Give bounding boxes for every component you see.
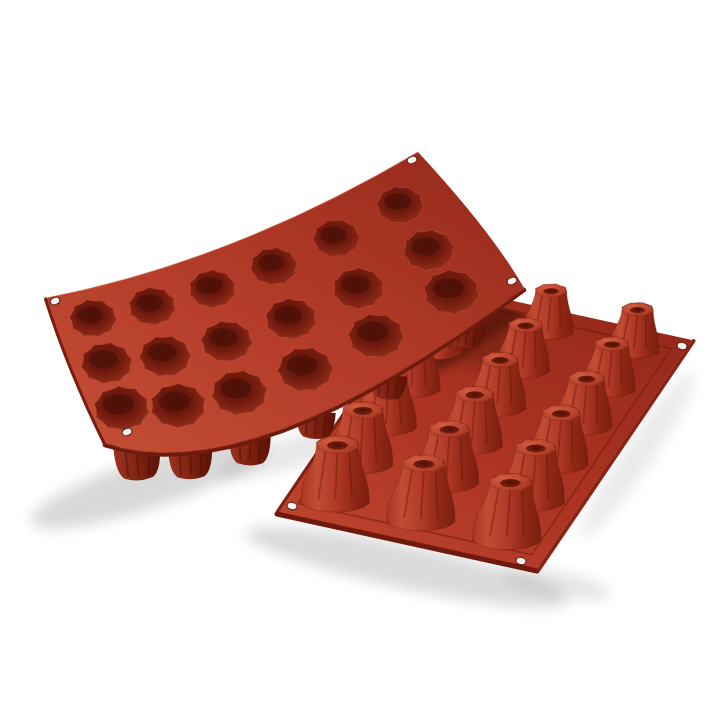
bump-flute	[535, 329, 536, 368]
bump-dimple	[491, 357, 509, 364]
cavity-depth-shade	[411, 237, 440, 256]
bump-flute	[572, 418, 573, 462]
cavity-depth-shade	[274, 306, 303, 325]
cavity-depth-shade	[89, 350, 118, 369]
bump-dimple	[500, 479, 521, 487]
bump-dimple	[604, 341, 621, 348]
cavity-depth-shade	[209, 328, 238, 347]
bump-dimple	[439, 426, 459, 434]
product-photo	[0, 0, 720, 720]
cavity-depth-shade	[357, 322, 388, 342]
bump-dimple	[465, 391, 484, 399]
bump-flute	[621, 348, 622, 386]
cavity-depth-shade	[148, 343, 177, 362]
cavity-depth-shade	[341, 275, 370, 294]
cavity-depth-shade	[384, 193, 410, 210]
bump-dimple	[517, 323, 534, 330]
bump-dimple	[526, 445, 546, 453]
cup-flute	[200, 451, 202, 475]
cavity-depth-shade	[287, 355, 318, 375]
cavity-depth-shade	[433, 278, 464, 298]
bump-dimple	[552, 410, 571, 418]
bump-dimple	[413, 460, 434, 468]
cavity-depth-shade	[221, 379, 252, 399]
cavity-depth-shade	[136, 294, 162, 311]
bump-dimple	[630, 307, 645, 313]
cavity-depth-shade	[159, 392, 190, 412]
bump-flute	[596, 383, 597, 424]
scene-svg	[0, 0, 720, 720]
cavity-depth-shade	[77, 306, 103, 323]
cavity-depth-shade	[103, 394, 134, 414]
bump-dimple	[578, 376, 596, 383]
cavity-depth-shade	[196, 277, 222, 294]
cavity-depth-shade	[321, 226, 347, 243]
bump-dimple	[327, 441, 348, 449]
bump-flute	[560, 294, 561, 330]
cavity-depth-shade	[258, 254, 284, 271]
bump-dimple	[543, 288, 558, 294]
bump-dimple	[353, 407, 373, 415]
